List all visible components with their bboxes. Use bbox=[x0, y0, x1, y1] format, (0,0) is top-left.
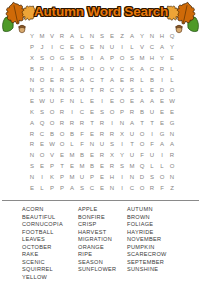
grid-cell: O bbox=[47, 107, 57, 118]
grid-cell: C bbox=[127, 182, 137, 193]
grid-cell: E bbox=[27, 96, 37, 107]
grid-cell: A bbox=[137, 96, 147, 107]
grid-cell: E bbox=[167, 53, 177, 64]
grid-cell: P bbox=[87, 171, 97, 182]
grid-cell: X bbox=[27, 53, 37, 64]
grid-cell: C bbox=[147, 63, 157, 74]
grid-cell: I bbox=[107, 117, 117, 128]
grid-cell: O bbox=[137, 182, 147, 193]
grid-cell: N bbox=[127, 171, 137, 182]
grid-cell: U bbox=[127, 150, 137, 161]
grid-cell: R bbox=[57, 117, 67, 128]
grid-cell: S bbox=[147, 171, 157, 182]
grid-cell: U bbox=[77, 85, 87, 96]
grid-cell: R bbox=[107, 128, 117, 139]
grid-cell: O bbox=[157, 171, 167, 182]
grid-cell: T bbox=[97, 74, 107, 85]
grid-cell: E bbox=[117, 74, 127, 85]
grid-cell: A bbox=[127, 31, 137, 42]
grid-cell: E bbox=[127, 96, 137, 107]
word-item: CRISP bbox=[78, 221, 116, 229]
word-item: FOOTBALL bbox=[22, 229, 63, 237]
grid-cell: F bbox=[137, 150, 147, 161]
grid-cell: T bbox=[127, 139, 137, 150]
word-item: BONFIRE bbox=[78, 214, 116, 222]
word-item: SQUIRREL bbox=[22, 266, 63, 274]
grid-cell: N bbox=[97, 42, 107, 53]
grid-cell: D bbox=[137, 171, 147, 182]
grid-cell: L bbox=[167, 63, 177, 74]
grid-cell: R bbox=[107, 161, 117, 172]
grid-cell: H bbox=[107, 171, 117, 182]
grid-cell: B bbox=[87, 161, 97, 172]
grid-cell: R bbox=[57, 107, 67, 118]
word-item: SCARECROW bbox=[127, 251, 167, 259]
word-item: MIGRATION bbox=[78, 236, 116, 244]
grid-cell: O bbox=[87, 63, 97, 74]
grid-cell: P bbox=[57, 171, 67, 182]
word-item: AUTUMN bbox=[127, 206, 167, 214]
grid-cell: E bbox=[107, 96, 117, 107]
grid-cell: K bbox=[27, 107, 37, 118]
grid-cell: Q bbox=[137, 161, 147, 172]
word-item: ORANGE bbox=[78, 244, 116, 252]
word-item: RIPE bbox=[78, 251, 116, 259]
grid-cell: R bbox=[157, 63, 167, 74]
grid-cell: N bbox=[27, 85, 37, 96]
grid-cell: O bbox=[37, 150, 47, 161]
grid-cell: H bbox=[157, 31, 167, 42]
grid-cell: A bbox=[157, 42, 167, 53]
grid-cell: X bbox=[107, 150, 117, 161]
grid-cell: E bbox=[87, 128, 97, 139]
grid-cell: R bbox=[147, 182, 157, 193]
grid-cell: F bbox=[77, 128, 87, 139]
grid-cell: L bbox=[167, 74, 177, 85]
grid-cell: N bbox=[87, 31, 97, 42]
grid-cell: S bbox=[127, 85, 137, 96]
grid-cell: P bbox=[117, 107, 127, 118]
grid-cell: U bbox=[127, 128, 137, 139]
grid-cell: U bbox=[107, 42, 117, 53]
grid-cell: C bbox=[87, 74, 97, 85]
grid-cell: M bbox=[137, 53, 147, 64]
grid-cell: G bbox=[157, 128, 167, 139]
grid-cell: C bbox=[77, 107, 87, 118]
grid-cell: U bbox=[147, 150, 157, 161]
grid-cell: T bbox=[147, 117, 157, 128]
grid-cell: A bbox=[127, 117, 137, 128]
grid-cell: R bbox=[67, 117, 77, 128]
grid-cell: O bbox=[117, 53, 127, 64]
grid-cell: S bbox=[127, 53, 137, 64]
grid-cell: D bbox=[157, 85, 167, 96]
word-item: SEASON bbox=[78, 259, 116, 267]
grid-cell: R bbox=[77, 117, 87, 128]
grid-cell: K bbox=[127, 63, 137, 74]
grid-cell: O bbox=[107, 107, 117, 118]
grid-cell: Z bbox=[117, 31, 127, 42]
word-item: PUMPKIN bbox=[127, 244, 167, 252]
grid-cell: I bbox=[117, 182, 127, 193]
grid-cell: R bbox=[27, 128, 37, 139]
grid-cell: P bbox=[57, 182, 67, 193]
grid-cell: E bbox=[87, 150, 97, 161]
grid-cell: I bbox=[117, 139, 127, 150]
grid-cell: C bbox=[87, 182, 97, 193]
grid-cell: E bbox=[37, 161, 47, 172]
grid-cell: E bbox=[27, 182, 37, 193]
grid-cell: B bbox=[47, 128, 57, 139]
grid-cell: A bbox=[57, 63, 67, 74]
word-list-column-3: AUTUMNBROWNFOLIAGEHAYRIDENOVEMBERPUMPKIN… bbox=[127, 206, 167, 274]
grid-cell: A bbox=[67, 182, 77, 193]
word-item: BROWN bbox=[127, 214, 167, 222]
grid-cell: O bbox=[57, 128, 67, 139]
grid-cell: S bbox=[117, 161, 127, 172]
grid-cell: P bbox=[107, 53, 117, 64]
grid-cell: J bbox=[37, 42, 47, 53]
grid-cell: V bbox=[47, 150, 57, 161]
grid-cell: R bbox=[167, 150, 177, 161]
grid-cell: F bbox=[77, 139, 87, 150]
grid-cell: S bbox=[67, 53, 77, 64]
grid-cell: L bbox=[147, 161, 157, 172]
word-item: FOLIAGE bbox=[127, 221, 167, 229]
grid-cell: Y bbox=[137, 31, 147, 42]
grid-cell: V bbox=[137, 42, 147, 53]
grid-cell: U bbox=[77, 171, 87, 182]
grid-cell: R bbox=[97, 150, 107, 161]
grid-cell: F bbox=[57, 96, 67, 107]
grid-cell: O bbox=[97, 63, 107, 74]
grid-cell: Q bbox=[167, 31, 177, 42]
word-item: NOVEMBER bbox=[127, 236, 167, 244]
grid-cell: E bbox=[157, 96, 167, 107]
word-search-grid: YMVRALNSEZAYNHQPJICEOENUILVCAYXSOGSBIAPO… bbox=[27, 31, 177, 193]
grid-cell: N bbox=[87, 139, 97, 150]
grid-cell: R bbox=[57, 31, 67, 42]
grid-cell: B bbox=[77, 53, 87, 64]
grid-cell: N bbox=[57, 85, 67, 96]
grid-cell: P bbox=[47, 182, 57, 193]
grid-cell: W bbox=[167, 96, 177, 107]
grid-cell: S bbox=[77, 182, 87, 193]
grid-cell: C bbox=[117, 63, 127, 74]
grid-cell: W bbox=[47, 139, 57, 150]
grid-cell: C bbox=[147, 42, 157, 53]
grid-cell: N bbox=[107, 182, 117, 193]
grid-cell: B bbox=[137, 107, 147, 118]
grid-cell: E bbox=[57, 150, 67, 161]
grid-cell: A bbox=[167, 139, 177, 150]
grid-cell: E bbox=[157, 117, 167, 128]
grid-cell: L bbox=[157, 161, 167, 172]
grid-cell: R bbox=[97, 117, 107, 128]
word-item: HARVEST bbox=[78, 229, 116, 237]
grid-cell: S bbox=[37, 107, 47, 118]
grid-cell: V bbox=[107, 63, 117, 74]
grid-cell: E bbox=[67, 161, 77, 172]
grid-cell: L bbox=[67, 139, 77, 150]
grid-cell: C bbox=[107, 85, 117, 96]
grid-cell: A bbox=[107, 74, 117, 85]
grid-cell: Y bbox=[117, 150, 127, 161]
grid-cell: M bbox=[37, 31, 47, 42]
grid-cell: A bbox=[147, 96, 157, 107]
grid-cell: N bbox=[147, 31, 157, 42]
grid-cell: R bbox=[97, 85, 107, 96]
grid-cell: T bbox=[87, 85, 97, 96]
grid-cell: Y bbox=[27, 31, 37, 42]
autumn-leaves-right-icon bbox=[166, 1, 200, 34]
grid-cell: I bbox=[117, 171, 127, 182]
grid-cell: I bbox=[97, 96, 107, 107]
grid-cell: S bbox=[37, 85, 47, 96]
grid-cell: O bbox=[117, 96, 127, 107]
word-item: RAKE bbox=[22, 251, 63, 259]
grid-cell: N bbox=[27, 150, 37, 161]
grid-cell: L bbox=[37, 182, 47, 193]
grid-cell: O bbox=[37, 74, 47, 85]
grid-cell: E bbox=[87, 107, 97, 118]
grid-cell: I bbox=[117, 42, 127, 53]
word-item: ACORN bbox=[22, 206, 63, 214]
word-item: SUNFLOWER bbox=[78, 266, 116, 274]
grid-cell: B bbox=[147, 74, 157, 85]
grid-cell: E bbox=[97, 161, 107, 172]
grid-cell: L bbox=[137, 74, 147, 85]
grid-cell: O bbox=[57, 139, 67, 150]
grid-cell: N bbox=[47, 85, 57, 96]
word-list-column-2: APPLEBONFIRECRISPHARVESTMIGRATIONORANGER… bbox=[78, 206, 116, 274]
grid-cell: E bbox=[107, 31, 117, 42]
grid-cell: B bbox=[27, 63, 37, 74]
grid-cell: S bbox=[97, 31, 107, 42]
grid-cell: R bbox=[57, 74, 67, 85]
grid-cell: U bbox=[147, 107, 157, 118]
grid-cell: X bbox=[117, 128, 127, 139]
grid-cell: O bbox=[47, 117, 57, 128]
grid-cell: C bbox=[67, 85, 77, 96]
grid-cell: S bbox=[107, 139, 117, 150]
grid-cell: V bbox=[47, 31, 57, 42]
grid-cell: R bbox=[67, 63, 77, 74]
grid-cell: U bbox=[97, 139, 107, 150]
grid-cell: I bbox=[147, 128, 157, 139]
grid-cell: B bbox=[67, 128, 77, 139]
grid-cell: O bbox=[137, 128, 147, 139]
grid-cell: S bbox=[27, 161, 37, 172]
grid-cell: L bbox=[137, 85, 147, 96]
grid-cell: C bbox=[37, 128, 47, 139]
grid-cell: S bbox=[67, 74, 77, 85]
word-item: APPLE bbox=[78, 206, 116, 214]
word-item: SEPTEMBER bbox=[127, 259, 167, 267]
grid-cell: N bbox=[67, 96, 77, 107]
worksheet: Autumn Word Search YMVRALNSEZAYNHQPJICEO… bbox=[0, 0, 201, 282]
word-item: OCTOBER bbox=[22, 244, 63, 252]
grid-cell: L bbox=[127, 42, 137, 53]
word-item: SUNSHINE bbox=[127, 266, 167, 274]
grid-cell: O bbox=[167, 161, 177, 172]
page-title: Autumn Word Search bbox=[34, 4, 167, 19]
grid-cell: K bbox=[47, 171, 57, 182]
grid-cell: E bbox=[157, 107, 167, 118]
grid-cell: A bbox=[27, 117, 37, 128]
grid-cell: B bbox=[77, 150, 87, 161]
grid-cell: I bbox=[67, 107, 77, 118]
grid-cell: E bbox=[97, 182, 107, 193]
grid-cell: S bbox=[97, 107, 107, 118]
grid-cell: H bbox=[147, 53, 157, 64]
grid-cell: M bbox=[67, 171, 77, 182]
grid-cell: E bbox=[67, 42, 77, 53]
grid-cell: N bbox=[117, 117, 127, 128]
grid-cell: N bbox=[27, 74, 37, 85]
grid-cell: A bbox=[77, 74, 87, 85]
grid-cell: A bbox=[137, 63, 147, 74]
grid-cell: E bbox=[37, 139, 47, 150]
grid-cell: L bbox=[77, 31, 87, 42]
grid-cell: R bbox=[27, 139, 37, 150]
grid-cell: G bbox=[167, 117, 177, 128]
autumn-leaves-left-icon bbox=[1, 1, 35, 34]
grid-cell: N bbox=[167, 171, 177, 182]
grid-cell: M bbox=[127, 161, 137, 172]
grid-cell: A bbox=[67, 31, 77, 42]
grid-cell: C bbox=[57, 42, 67, 53]
grid-cell: P bbox=[47, 161, 57, 172]
grid-cell: O bbox=[47, 53, 57, 64]
grid-cell: E bbox=[97, 171, 107, 182]
grid-cell: R bbox=[127, 74, 137, 85]
grid-cell: E bbox=[87, 42, 97, 53]
grid-cell: M bbox=[77, 161, 87, 172]
grid-cell: I bbox=[157, 150, 167, 161]
grid-cell: E bbox=[167, 107, 177, 118]
grid-cell: H bbox=[77, 63, 87, 74]
grid-cell: Q bbox=[37, 117, 47, 128]
word-item: BEAUTIFUL bbox=[22, 214, 63, 222]
grid-cell: O bbox=[137, 139, 147, 150]
grid-cell: S bbox=[37, 53, 47, 64]
grid-cell: A bbox=[97, 53, 107, 64]
grid-cell: T bbox=[57, 161, 67, 172]
grid-cell: I bbox=[47, 63, 57, 74]
grid-cell: E bbox=[87, 96, 97, 107]
word-item: SCENIC bbox=[22, 259, 63, 267]
grid-cell: G bbox=[57, 53, 67, 64]
grid-cell: R bbox=[97, 128, 107, 139]
grid-cell: O bbox=[77, 42, 87, 53]
grid-cell: R bbox=[37, 63, 47, 74]
grid-cell: Y bbox=[157, 53, 167, 64]
grid-cell: V bbox=[117, 85, 127, 96]
word-item: LEAVES bbox=[22, 236, 63, 244]
grid-cell: I bbox=[37, 171, 47, 182]
grid-cell: P bbox=[27, 42, 37, 53]
grid-cell: L bbox=[77, 96, 87, 107]
grid-cell: F bbox=[157, 182, 167, 193]
grid-cell: Z bbox=[167, 182, 177, 193]
grid-cell: W bbox=[37, 96, 47, 107]
grid-cell: U bbox=[47, 96, 57, 107]
grid-cell: O bbox=[167, 85, 177, 96]
grid-cell: Y bbox=[167, 42, 177, 53]
word-item: YELLOW bbox=[22, 274, 63, 282]
grid-cell: M bbox=[67, 150, 77, 161]
word-list-column-1: ACORNBEAUTIFULCORNUCOPIAFOOTBALLLEAVESOC… bbox=[22, 206, 63, 281]
word-item: HAYRIDE bbox=[127, 229, 167, 237]
grid-cell: N bbox=[167, 128, 177, 139]
grid-cell: A bbox=[157, 139, 167, 150]
word-item: CORNUCOPIA bbox=[22, 221, 63, 229]
divider bbox=[2, 200, 199, 201]
grid-cell: T bbox=[137, 117, 147, 128]
grid-cell: R bbox=[127, 107, 137, 118]
grid-cell: I bbox=[47, 42, 57, 53]
grid-cell: E bbox=[147, 85, 157, 96]
grid-cell: I bbox=[157, 74, 167, 85]
grid-cell: I bbox=[87, 53, 97, 64]
grid-cell: N bbox=[27, 171, 37, 182]
grid-cell: F bbox=[147, 139, 157, 150]
grid-cell: T bbox=[87, 117, 97, 128]
grid-cell: E bbox=[47, 74, 57, 85]
